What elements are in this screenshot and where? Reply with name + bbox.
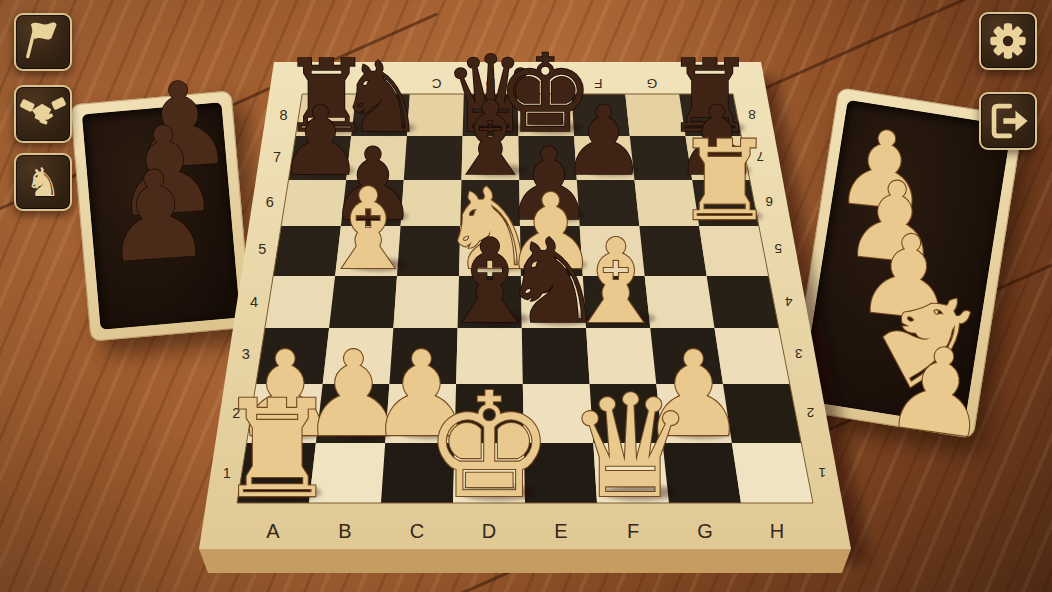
knight-icon: ♞ bbox=[25, 162, 61, 202]
rank-label-right-4: 4 bbox=[784, 294, 792, 309]
piece-white-king-d1[interactable]: ♚ bbox=[424, 362, 554, 530]
piece-white-queen-f1[interactable]: ♛ bbox=[567, 364, 694, 529]
exit-icon bbox=[981, 92, 1035, 150]
piece-white-rook-h6[interactable]: ♜ bbox=[675, 117, 774, 245]
handshake-icon bbox=[16, 85, 70, 143]
settings-button[interactable] bbox=[979, 12, 1037, 70]
hint-button[interactable]: ♞ bbox=[14, 153, 72, 211]
file-label-top-c: C bbox=[432, 76, 442, 91]
rank-label-left-5: 5 bbox=[258, 241, 266, 257]
rank-label-left-6: 6 bbox=[266, 194, 274, 210]
file-label-bottom-g: G bbox=[697, 520, 713, 542]
game-root: { "game": "chess", "scene": "3d-wooden-c… bbox=[0, 0, 1052, 592]
captured-black-pieces-tray bbox=[70, 90, 252, 341]
file-label-bottom-e: E bbox=[554, 520, 567, 542]
piece-white-bishop-b5[interactable]: ♝ bbox=[319, 165, 419, 294]
rank-label-right-5: 5 bbox=[775, 241, 783, 256]
file-label-bottom-h: H bbox=[770, 520, 784, 542]
exit-button[interactable] bbox=[979, 92, 1037, 150]
rank-label-left-4: 4 bbox=[250, 294, 258, 310]
board-frame-front-face bbox=[199, 549, 851, 573]
rank-label-right-1: 1 bbox=[818, 465, 826, 480]
file-label-top-g: G bbox=[647, 76, 658, 91]
resign-button[interactable] bbox=[14, 13, 72, 71]
gear-icon bbox=[981, 12, 1035, 70]
piece-white-rook-a1[interactable]: ♜ bbox=[217, 371, 338, 528]
file-label-bottom-c: C bbox=[410, 520, 424, 542]
square-h4[interactable] bbox=[707, 276, 779, 328]
file-label-bottom-b: B bbox=[338, 520, 351, 542]
tray-felt bbox=[82, 102, 240, 329]
flag-icon bbox=[16, 13, 70, 71]
draw-offer-button[interactable] bbox=[14, 85, 72, 143]
